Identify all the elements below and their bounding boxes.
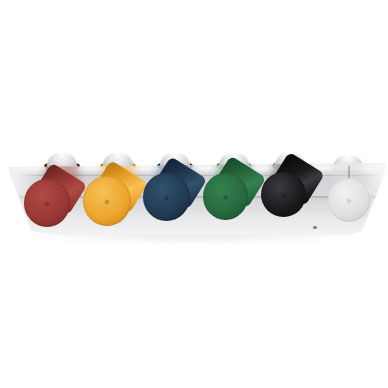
pawn-green[interactable] <box>197 0 257 388</box>
pawn-yellow-face <box>83 176 131 226</box>
pawn-dark-blue[interactable] <box>137 0 197 388</box>
pawn-dark-blue-face <box>143 173 190 221</box>
pawn-black-face <box>261 172 306 217</box>
tray-compartment-1 <box>18 0 78 388</box>
tray-compartment-4 <box>197 0 257 388</box>
pawn-white[interactable] <box>316 0 376 388</box>
pawn-black[interactable] <box>256 0 316 388</box>
pawn-red[interactable] <box>18 0 78 388</box>
tray-compartment-3 <box>137 0 197 388</box>
pawn-white-face <box>328 178 370 222</box>
tray-compartment-5 <box>256 0 316 388</box>
tray-compartment-2 <box>78 0 138 388</box>
pawn-green-face <box>203 173 248 220</box>
pawn-row <box>18 0 375 388</box>
tray-compartment-6 <box>316 0 376 388</box>
pawn-red-face <box>24 179 70 227</box>
pawn-yellow[interactable] <box>78 0 138 388</box>
product-photo-pawn-tray <box>0 0 388 388</box>
